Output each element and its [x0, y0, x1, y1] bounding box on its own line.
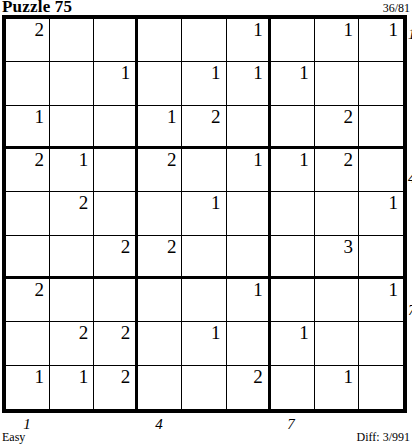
cell-r4c8[interactable]: 2	[315, 149, 359, 192]
cell-r7c5[interactable]	[182, 279, 226, 322]
cell-r9c1[interactable]: 1	[6, 366, 50, 409]
cell-r3c6[interactable]	[227, 106, 271, 149]
cell-r8c2[interactable]: 2	[50, 322, 94, 365]
col-label-7: 7	[287, 417, 295, 432]
cell-r8c1[interactable]	[6, 322, 50, 365]
cell-r8c3[interactable]: 2	[94, 322, 138, 365]
cell-r5c6[interactable]	[227, 192, 271, 235]
cell-r8c7[interactable]: 1	[271, 322, 315, 365]
cell-r5c4[interactable]	[138, 192, 182, 235]
cell-r1c7[interactable]	[271, 19, 315, 62]
cell-r9c6[interactable]: 2	[227, 366, 271, 409]
cell-r9c4[interactable]	[138, 366, 182, 409]
cell-r6c9[interactable]	[359, 236, 403, 279]
cell-r5c8[interactable]	[315, 192, 359, 235]
cell-r1c9[interactable]: 1	[359, 19, 403, 62]
cell-r6c6[interactable]	[227, 236, 271, 279]
cell-r3c5[interactable]: 2	[182, 106, 226, 149]
row-label-1: 1	[408, 27, 412, 42]
cell-r5c5[interactable]: 1	[182, 192, 226, 235]
cell-r3c9[interactable]	[359, 106, 403, 149]
cell-r4c2[interactable]: 1	[50, 149, 94, 192]
difficulty-label: Easy	[2, 430, 25, 445]
cell-r9c5[interactable]	[182, 366, 226, 409]
cell-r4c5[interactable]	[182, 149, 226, 192]
cell-r1c4[interactable]	[138, 19, 182, 62]
cell-r7c8[interactable]	[315, 279, 359, 322]
cell-r1c2[interactable]	[50, 19, 94, 62]
cell-r2c3[interactable]: 1	[94, 62, 138, 105]
cell-r9c9[interactable]	[359, 366, 403, 409]
cell-r1c6[interactable]: 1	[227, 19, 271, 62]
cell-r8c8[interactable]	[315, 322, 359, 365]
cell-r2c4[interactable]	[138, 62, 182, 105]
cell-r7c7[interactable]	[271, 279, 315, 322]
cell-r8c4[interactable]	[138, 322, 182, 365]
cell-r3c7[interactable]	[271, 106, 315, 149]
cell-r5c3[interactable]	[94, 192, 138, 235]
cell-r6c5[interactable]	[182, 236, 226, 279]
cell-r4c4[interactable]: 2	[138, 149, 182, 192]
cell-r6c8[interactable]: 3	[315, 236, 359, 279]
cell-r2c5[interactable]: 1	[182, 62, 226, 105]
cell-r4c3[interactable]	[94, 149, 138, 192]
cell-r2c7[interactable]: 1	[271, 62, 315, 105]
cell-r8c5[interactable]: 1	[182, 322, 226, 365]
cell-r3c4[interactable]: 1	[138, 106, 182, 149]
cell-r1c1[interactable]: 2	[6, 19, 50, 62]
cell-r3c2[interactable]	[50, 106, 94, 149]
cell-r6c1[interactable]	[6, 236, 50, 279]
cell-r7c2[interactable]	[50, 279, 94, 322]
cell-r6c4[interactable]: 2	[138, 236, 182, 279]
cell-r1c8[interactable]: 1	[315, 19, 359, 62]
cell-r3c1[interactable]: 1	[6, 106, 50, 149]
cell-r8c6[interactable]	[227, 322, 271, 365]
cell-r9c8[interactable]: 1	[315, 366, 359, 409]
cell-r6c2[interactable]	[50, 236, 94, 279]
cell-r5c7[interactable]	[271, 192, 315, 235]
cell-r3c8[interactable]: 2	[315, 106, 359, 149]
cell-r6c7[interactable]	[271, 236, 315, 279]
cell-r4c9[interactable]	[359, 149, 403, 192]
row-label-7: 7	[408, 303, 412, 318]
cell-r9c7[interactable]	[271, 366, 315, 409]
row-label-4: 4	[408, 171, 412, 186]
cell-r7c4[interactable]	[138, 279, 182, 322]
clue-counter: 36/81	[383, 1, 410, 16]
puzzle-page: Puzzle 75 36/81 211111111122212112211223…	[0, 0, 412, 446]
cell-r8c9[interactable]	[359, 322, 403, 365]
cell-r3c3[interactable]	[94, 106, 138, 149]
cell-r1c3[interactable]	[94, 19, 138, 62]
cell-r7c3[interactable]	[94, 279, 138, 322]
cell-r7c9[interactable]: 1	[359, 279, 403, 322]
cell-r5c9[interactable]: 1	[359, 192, 403, 235]
cell-r9c3[interactable]: 2	[94, 366, 138, 409]
cell-r4c6[interactable]: 1	[227, 149, 271, 192]
cell-r4c7[interactable]: 1	[271, 149, 315, 192]
diff-rank-label: Diff: 3/991	[357, 430, 410, 445]
cell-r2c1[interactable]	[6, 62, 50, 105]
cell-r9c2[interactable]: 1	[50, 366, 94, 409]
cell-r5c2[interactable]: 2	[50, 192, 94, 235]
cell-r6c3[interactable]: 2	[94, 236, 138, 279]
cell-r2c2[interactable]	[50, 62, 94, 105]
cell-r2c6[interactable]: 1	[227, 62, 271, 105]
cell-r2c8[interactable]	[315, 62, 359, 105]
cell-r7c6[interactable]: 1	[227, 279, 271, 322]
cell-r4c1[interactable]: 2	[6, 149, 50, 192]
col-label-4: 4	[155, 417, 163, 432]
puzzle-board: 211111111122212112211223211221111221	[2, 15, 407, 413]
cell-r5c1[interactable]	[6, 192, 50, 235]
cell-r1c5[interactable]	[182, 19, 226, 62]
cell-r7c1[interactable]: 2	[6, 279, 50, 322]
cell-r2c9[interactable]	[359, 62, 403, 105]
